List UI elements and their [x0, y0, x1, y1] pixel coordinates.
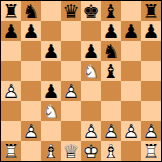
- square-d8[interactable]: ♛: [61, 1, 81, 21]
- white-pawn-piece[interactable]: ♟: [21, 121, 41, 141]
- white-pawn-piece[interactable]: ♟: [81, 121, 101, 141]
- white-pawn-piece[interactable]: ♟: [1, 81, 21, 101]
- square-b1[interactable]: [21, 141, 41, 161]
- black-pawn-piece[interactable]: ♟: [41, 81, 61, 101]
- square-a6[interactable]: [1, 41, 21, 61]
- white-rook-piece[interactable]: ♜: [141, 141, 161, 161]
- black-bishop-piece[interactable]: ♝: [101, 1, 121, 21]
- square-d1[interactable]: ♛♕: [61, 141, 81, 161]
- white-bishop-piece-outline: ♗: [41, 141, 61, 161]
- square-a7[interactable]: ♟: [1, 21, 21, 41]
- black-knight-piece[interactable]: ♞: [101, 41, 121, 61]
- square-c1[interactable]: ♝♗: [41, 141, 61, 161]
- square-b3[interactable]: [21, 101, 41, 121]
- square-g2[interactable]: ♟♙: [121, 121, 141, 141]
- square-h8[interactable]: ♜: [141, 1, 161, 21]
- black-pawn-piece[interactable]: ♟: [21, 21, 41, 41]
- black-bishop-piece[interactable]: ♝: [101, 61, 121, 81]
- square-d7[interactable]: [61, 21, 81, 41]
- white-queen-piece-outline: ♕: [61, 141, 81, 161]
- square-g3[interactable]: [121, 101, 141, 121]
- black-king-piece[interactable]: ♚: [81, 1, 101, 21]
- black-pawn-piece[interactable]: ♟: [41, 41, 61, 61]
- square-h1[interactable]: ♜♖: [141, 141, 161, 161]
- black-pawn-piece[interactable]: ♟: [81, 41, 101, 61]
- square-g8[interactable]: [121, 1, 141, 21]
- white-bishop-piece[interactable]: ♝: [101, 141, 121, 161]
- square-a8[interactable]: ♜: [1, 1, 21, 21]
- white-pawn-piece-outline: ♙: [61, 81, 81, 101]
- white-pawn-piece[interactable]: ♟: [141, 121, 161, 141]
- white-rook-piece-outline: ♖: [1, 141, 21, 161]
- square-h5[interactable]: [141, 61, 161, 81]
- square-f6[interactable]: ♞: [101, 41, 121, 61]
- square-f3[interactable]: [101, 101, 121, 121]
- square-e6[interactable]: ♟: [81, 41, 101, 61]
- white-knight-piece[interactable]: ♞: [41, 101, 61, 121]
- square-a1[interactable]: ♜♖: [1, 141, 21, 161]
- square-c8[interactable]: [41, 1, 61, 21]
- square-d6[interactable]: [61, 41, 81, 61]
- white-king-piece-outline: ♔: [81, 141, 101, 161]
- square-g5[interactable]: [121, 61, 141, 81]
- white-pawn-piece-outline: ♙: [101, 121, 121, 141]
- square-b8[interactable]: ♞: [21, 1, 41, 21]
- black-pawn-piece[interactable]: ♟: [101, 21, 121, 41]
- white-rook-piece[interactable]: ♜: [1, 141, 21, 161]
- square-f7[interactable]: ♟: [101, 21, 121, 41]
- square-d2[interactable]: [61, 121, 81, 141]
- white-knight-piece[interactable]: ♞: [81, 61, 101, 81]
- white-pawn-piece-outline: ♙: [121, 121, 141, 141]
- white-knight-piece-outline: ♘: [41, 101, 61, 121]
- square-b4[interactable]: [21, 81, 41, 101]
- square-c3[interactable]: ♞♘: [41, 101, 61, 121]
- square-e7[interactable]: [81, 21, 101, 41]
- square-a3[interactable]: [1, 101, 21, 121]
- square-e4[interactable]: [81, 81, 101, 101]
- square-g7[interactable]: ♟: [121, 21, 141, 41]
- chess-board-frame: ♜♞♛♚♝♜♟♟♟♟♟♟♟♞♞♘♝♟♙♟♟♙♞♘♟♙♟♙♟♙♟♙♟♙♜♖♝♗♛♕…: [0, 0, 162, 162]
- square-e8[interactable]: ♚: [81, 1, 101, 21]
- chess-board: ♜♞♛♚♝♜♟♟♟♟♟♟♟♞♞♘♝♟♙♟♟♙♞♘♟♙♟♙♟♙♟♙♟♙♜♖♝♗♛♕…: [1, 1, 161, 161]
- square-c5[interactable]: [41, 61, 61, 81]
- square-d4[interactable]: ♟♙: [61, 81, 81, 101]
- black-rook-piece[interactable]: ♜: [1, 1, 21, 21]
- white-knight-piece-outline: ♘: [81, 61, 101, 81]
- square-d3[interactable]: [61, 101, 81, 121]
- square-h4[interactable]: [141, 81, 161, 101]
- square-e3[interactable]: [81, 101, 101, 121]
- white-pawn-piece-outline: ♙: [1, 81, 21, 101]
- square-h3[interactable]: [141, 101, 161, 121]
- white-pawn-piece[interactable]: ♟: [121, 121, 141, 141]
- square-b7[interactable]: ♟: [21, 21, 41, 41]
- black-knight-piece[interactable]: ♞: [21, 1, 41, 21]
- square-f1[interactable]: ♝♗: [101, 141, 121, 161]
- square-c6[interactable]: ♟: [41, 41, 61, 61]
- white-bishop-piece-outline: ♗: [101, 141, 121, 161]
- square-h2[interactable]: ♟♙: [141, 121, 161, 141]
- white-queen-piece[interactable]: ♛: [61, 141, 81, 161]
- black-pawn-piece[interactable]: ♟: [141, 21, 161, 41]
- square-f8[interactable]: ♝: [101, 1, 121, 21]
- white-pawn-piece-outline: ♙: [21, 121, 41, 141]
- square-b6[interactable]: [21, 41, 41, 61]
- black-pawn-piece[interactable]: ♟: [1, 21, 21, 41]
- square-e5[interactable]: ♞♘: [81, 61, 101, 81]
- square-e1[interactable]: ♚♔: [81, 141, 101, 161]
- square-f5[interactable]: ♝: [101, 61, 121, 81]
- square-h7[interactable]: ♟: [141, 21, 161, 41]
- square-a5[interactable]: [1, 61, 21, 81]
- square-h6[interactable]: [141, 41, 161, 61]
- square-a4[interactable]: ♟♙: [1, 81, 21, 101]
- white-pawn-piece[interactable]: ♟: [61, 81, 81, 101]
- black-rook-piece[interactable]: ♜: [141, 1, 161, 21]
- square-c4[interactable]: ♟: [41, 81, 61, 101]
- white-king-piece[interactable]: ♚: [81, 141, 101, 161]
- square-g1[interactable]: [121, 141, 141, 161]
- square-b2[interactable]: ♟♙: [21, 121, 41, 141]
- square-f2[interactable]: ♟♙: [101, 121, 121, 141]
- black-pawn-piece[interactable]: ♟: [121, 21, 141, 41]
- white-pawn-piece-outline: ♙: [141, 121, 161, 141]
- white-bishop-piece[interactable]: ♝: [41, 141, 61, 161]
- white-rook-piece-outline: ♖: [141, 141, 161, 161]
- white-pawn-piece-outline: ♙: [81, 121, 101, 141]
- square-f4[interactable]: [101, 81, 121, 101]
- square-a2[interactable]: [1, 121, 21, 141]
- square-d5[interactable]: [61, 61, 81, 81]
- square-g4[interactable]: [121, 81, 141, 101]
- square-g6[interactable]: [121, 41, 141, 61]
- square-c7[interactable]: [41, 21, 61, 41]
- white-pawn-piece[interactable]: ♟: [101, 121, 121, 141]
- square-c2[interactable]: [41, 121, 61, 141]
- square-b5[interactable]: [21, 61, 41, 81]
- square-e2[interactable]: ♟♙: [81, 121, 101, 141]
- black-queen-piece[interactable]: ♛: [61, 1, 81, 21]
